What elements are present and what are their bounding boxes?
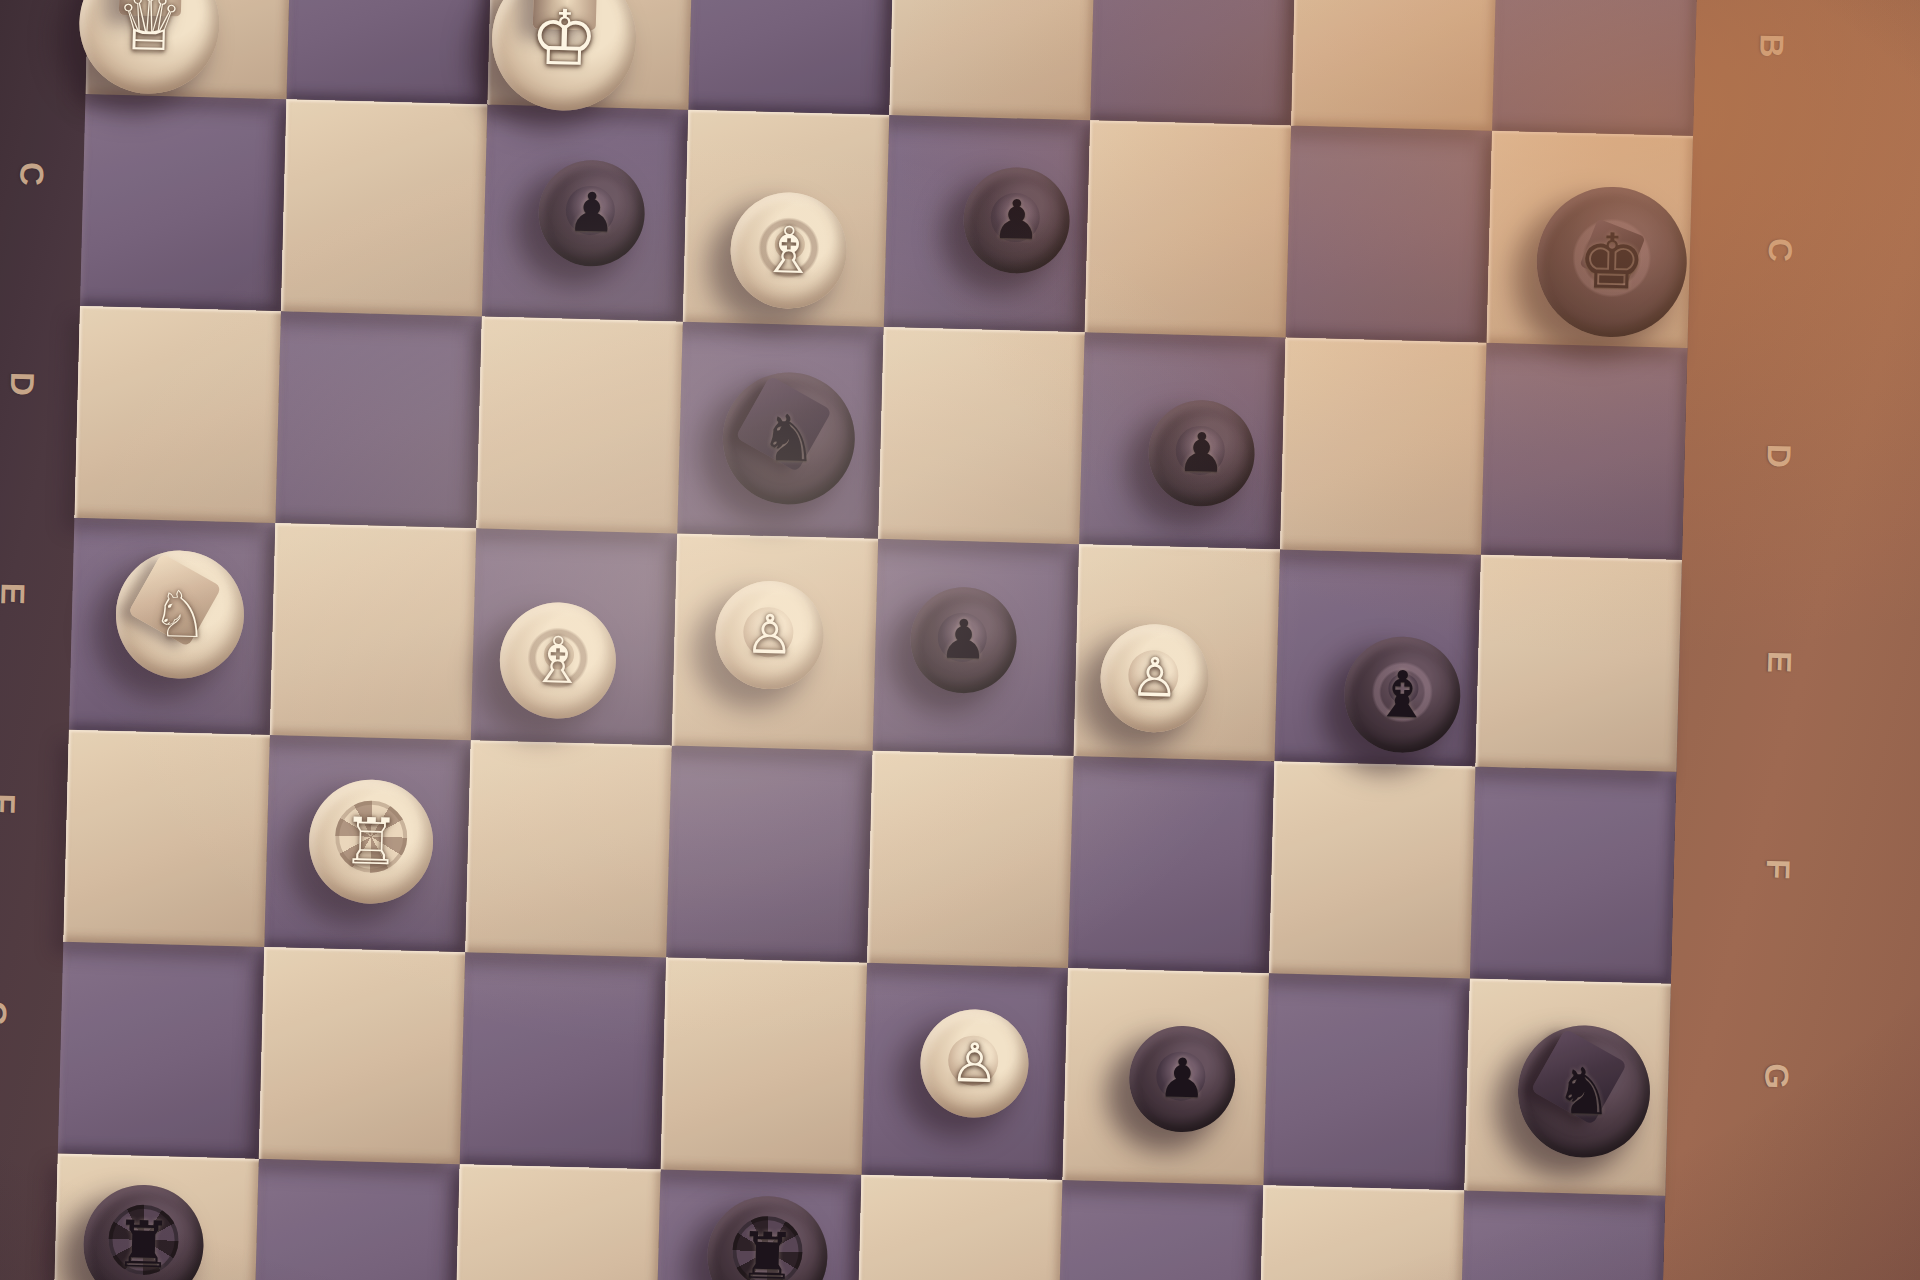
piece-white-pawn-e6: ♙ <box>1099 623 1210 734</box>
piece-white-bishop-c4: ♗ <box>729 191 848 310</box>
piece-black-rook-h1: ♜ <box>82 1183 205 1280</box>
white-pawn-glyph: ♙ <box>745 607 795 662</box>
white-queen-glyph: ♕ <box>114 0 184 62</box>
piece-black-pawn-e5: ♟ <box>909 586 1018 695</box>
square-f6 <box>1068 756 1274 973</box>
white-knight-glyph: ♘ <box>150 582 209 647</box>
square-g1 <box>58 942 264 1159</box>
square-b8 <box>1492 0 1698 136</box>
piece-white-king-b3: ♔ <box>490 0 638 112</box>
white-rook-glyph: ♖ <box>342 809 401 874</box>
square-f3 <box>465 740 671 957</box>
chess-photo-scene: CDEFGHBCDEFG ♕♔♟♗♟♚♞♟♘♗♙♟♙♝♖♙♟♞♜♜ <box>0 0 1920 1280</box>
black-rook-glyph: ♜ <box>738 1223 797 1280</box>
piece-black-pawn-g6: ♟ <box>1128 1025 1237 1134</box>
square-f1 <box>63 730 269 947</box>
square-g7 <box>1263 973 1469 1190</box>
square-c7 <box>1286 126 1492 343</box>
piece-white-rook-f2: ♖ <box>307 778 434 905</box>
piece-black-pawn-c5: ♟ <box>962 166 1071 275</box>
square-e8 <box>1475 555 1681 772</box>
piece-white-bishop-e3: ♗ <box>498 601 617 720</box>
square-g2 <box>259 947 465 1164</box>
left-edge-label-d: D <box>3 371 42 397</box>
left-edge-label-g: G <box>0 1000 14 1028</box>
black-bishop-glyph: ♝ <box>1373 662 1432 727</box>
right-edge-label-d: D <box>1759 443 1798 469</box>
black-pawn-glyph: ♟ <box>992 193 1042 248</box>
square-d2 <box>275 311 481 528</box>
white-pawn-glyph: ♙ <box>950 1036 1000 1091</box>
square-f7 <box>1269 761 1475 978</box>
square-g4 <box>661 957 867 1174</box>
left-edge-label-e: E <box>0 582 32 606</box>
piece-white-pawn-e4: ♙ <box>714 580 825 691</box>
square-b6 <box>1090 0 1296 126</box>
right-edge-label-f: F <box>1759 858 1798 880</box>
black-pawn-glyph: ♟ <box>567 186 617 241</box>
square-h7 <box>1258 1185 1464 1280</box>
piece-white-pawn-g5: ♙ <box>919 1008 1030 1119</box>
piece-black-rook-h4: ♜ <box>706 1195 829 1280</box>
right-edge-label-e: E <box>1760 650 1799 674</box>
left-edge-label-h: H <box>0 1215 5 1241</box>
square-h6 <box>1057 1180 1263 1280</box>
square-b2 <box>286 0 492 104</box>
square-f5 <box>867 751 1073 968</box>
square-g3 <box>460 952 666 1169</box>
right-edge-label-c: C <box>1761 237 1800 263</box>
piece-black-knight-g8: ♞ <box>1516 1024 1651 1159</box>
piece-white-knight-e1: ♘ <box>114 549 245 680</box>
black-knight-glyph: ♞ <box>1554 1059 1613 1124</box>
piece-white-queen-b1: ♕ <box>78 0 222 95</box>
black-king-glyph: ♚ <box>1577 223 1647 301</box>
square-f4 <box>666 746 872 963</box>
black-knight-glyph: ♞ <box>759 406 818 471</box>
right-edge-label-g: G <box>1757 1063 1796 1091</box>
square-d3 <box>476 316 682 533</box>
left-edge-label-f: F <box>0 793 22 815</box>
black-pawn-glyph: ♟ <box>1157 1051 1207 1106</box>
square-d8 <box>1481 343 1687 560</box>
square-e2 <box>270 523 476 740</box>
piece-black-king-c8: ♚ <box>1535 185 1689 339</box>
square-c2 <box>281 99 487 316</box>
square-h8 <box>1459 1190 1665 1280</box>
right-edge-label-b: B <box>1752 33 1791 59</box>
square-h2 <box>253 1159 459 1280</box>
square-c6 <box>1085 120 1291 337</box>
white-bishop-glyph: ♗ <box>528 628 587 693</box>
white-king-glyph: ♔ <box>529 0 599 77</box>
white-bishop-glyph: ♗ <box>759 218 818 283</box>
square-f8 <box>1470 767 1676 984</box>
black-pawn-glyph: ♟ <box>939 613 989 668</box>
piece-black-pawn-d6: ♟ <box>1147 399 1256 508</box>
square-b5 <box>889 0 1095 120</box>
white-pawn-glyph: ♙ <box>1130 651 1180 706</box>
square-d1 <box>74 306 280 523</box>
square-h5 <box>856 1175 1062 1280</box>
piece-black-bishop-e7: ♝ <box>1343 635 1462 754</box>
square-b4 <box>688 0 894 115</box>
square-d7 <box>1280 337 1486 554</box>
black-pawn-glyph: ♟ <box>1177 426 1227 481</box>
piece-black-knight-d4: ♞ <box>721 371 856 506</box>
black-rook-glyph: ♜ <box>114 1212 173 1277</box>
board-tilt-wrapper: CDEFGHBCDEFG ♕♔♟♗♟♚♞♟♘♗♙♟♙♝♖♙♟♞♜♜ <box>0 0 1919 1280</box>
piece-black-pawn-c3: ♟ <box>537 159 646 268</box>
square-d5 <box>878 327 1084 544</box>
left-edge-label-c: C <box>12 162 51 188</box>
square-c1 <box>80 94 286 311</box>
square-b7 <box>1291 0 1497 131</box>
square-h3 <box>454 1164 660 1280</box>
